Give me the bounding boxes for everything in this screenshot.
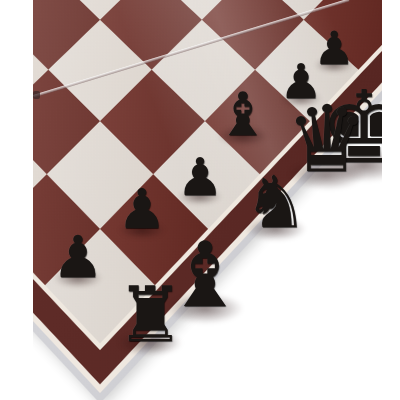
chess-piece-black-rook-a1[interactable]: ♜ (116, 277, 184, 353)
chess-piece-black-knight-c1[interactable]: ♞ (244, 166, 309, 238)
chess-piece-black-pawn-a3[interactable]: ♟ (52, 228, 104, 286)
chess-piece-black-pawn-c3[interactable]: ♟ (177, 151, 224, 203)
product-photo-canvas: ♜♝♞♛♚♟♟♟♝♟♟ (0, 0, 400, 400)
photo-area: ♜♝♞♛♚♟♟♟♝♟♟ (33, 0, 382, 400)
board-hinge-notch (33, 91, 40, 99)
chess-piece-black-pawn-b3[interactable]: ♟ (117, 182, 166, 237)
chess-piece-black-bishop-d3[interactable]: ♝ (216, 84, 270, 144)
